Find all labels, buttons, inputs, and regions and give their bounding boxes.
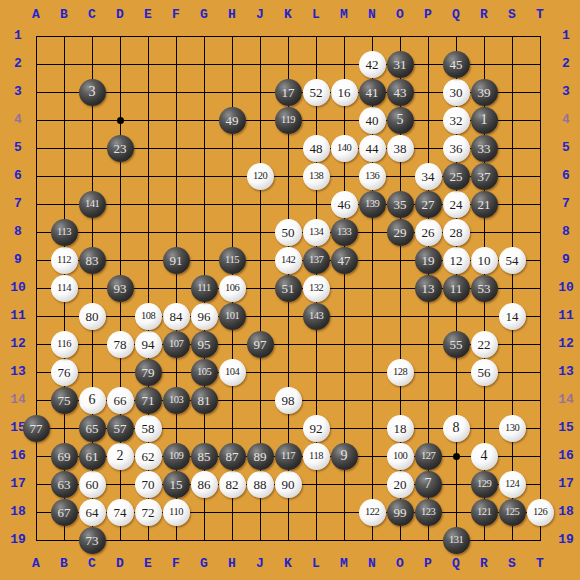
black-stone-C19[interactable]: 73: [79, 527, 106, 554]
move-number: 47: [338, 254, 351, 267]
black-stone-G12[interactable]: 95: [191, 331, 218, 358]
move-number: 83: [86, 254, 99, 267]
move-number: 45: [450, 58, 463, 71]
white-stone-B12[interactable]: 116: [51, 331, 78, 358]
move-number: 139: [365, 199, 379, 210]
white-stone-D16[interactable]: 2: [107, 443, 134, 470]
hoshi-point-Q16: [453, 453, 460, 460]
row-label-11: 11: [552, 302, 580, 330]
black-stone-L11[interactable]: 143: [303, 303, 330, 330]
move-number: 110: [169, 507, 183, 518]
white-stone-S9[interactable]: 54: [499, 247, 526, 274]
white-stone-Q5[interactable]: 36: [443, 135, 470, 162]
white-stone-L15[interactable]: 92: [303, 415, 330, 442]
white-stone-Q9[interactable]: 12: [443, 247, 470, 274]
white-stone-N18[interactable]: 122: [359, 499, 386, 526]
black-stone-G14[interactable]: 81: [191, 387, 218, 414]
move-number: 76: [58, 366, 71, 379]
black-stone-F12[interactable]: 107: [163, 331, 190, 358]
move-number: 10: [478, 254, 491, 267]
row-label-16: 16: [552, 442, 580, 470]
col-label-E: E: [134, 556, 162, 572]
move-number: 22: [478, 338, 491, 351]
move-number: 125: [505, 507, 519, 518]
black-stone-P18[interactable]: 123: [415, 499, 442, 526]
move-number: 46: [338, 198, 351, 211]
black-stone-R3[interactable]: 39: [471, 79, 498, 106]
move-number: 63: [58, 478, 71, 491]
black-stone-A15[interactable]: 77: [23, 415, 50, 442]
black-stone-P7[interactable]: 27: [415, 191, 442, 218]
col-label-N: N: [358, 556, 386, 572]
black-stone-R6[interactable]: 37: [471, 163, 498, 190]
white-stone-P8[interactable]: 26: [415, 219, 442, 246]
white-stone-Q15[interactable]: 8: [443, 415, 470, 442]
black-stone-O7[interactable]: 35: [387, 191, 414, 218]
black-stone-M8[interactable]: 133: [331, 219, 358, 246]
white-stone-L3[interactable]: 52: [303, 79, 330, 106]
move-number: 116: [57, 339, 71, 350]
move-number: 126: [533, 507, 547, 518]
move-number: 77: [30, 422, 43, 435]
move-number: 115: [225, 255, 239, 266]
white-stone-H13[interactable]: 104: [219, 359, 246, 386]
col-label-R: R: [470, 556, 498, 572]
black-stone-F14[interactable]: 103: [163, 387, 190, 414]
move-number: 133: [337, 227, 351, 238]
move-number: 79: [142, 366, 155, 379]
black-stone-N3[interactable]: 41: [359, 79, 386, 106]
move-number: 35: [394, 198, 407, 211]
col-label-B: B: [50, 7, 78, 23]
col-label-N: N: [358, 7, 386, 23]
white-stone-L5[interactable]: 48: [303, 135, 330, 162]
black-stone-R4[interactable]: 1: [471, 107, 498, 134]
row-labels-right: 12345678910111213141516171819: [552, 22, 580, 554]
move-number: 28: [450, 226, 463, 239]
move-number: 26: [422, 226, 435, 239]
white-stone-O5[interactable]: 38: [387, 135, 414, 162]
row-label-5: 5: [552, 134, 580, 162]
black-stone-P16[interactable]: 127: [415, 443, 442, 470]
white-stone-E18[interactable]: 72: [135, 499, 162, 526]
col-label-R: R: [470, 7, 498, 23]
move-number: 3: [89, 85, 96, 99]
black-stone-B18[interactable]: 67: [51, 499, 78, 526]
move-number: 121: [477, 507, 491, 518]
white-stone-D14[interactable]: 66: [107, 387, 134, 414]
move-number: 96: [198, 310, 211, 323]
move-number: 104: [225, 367, 239, 378]
white-stone-D12[interactable]: 78: [107, 331, 134, 358]
move-number: 8: [453, 421, 460, 435]
black-stone-C15[interactable]: 65: [79, 415, 106, 442]
col-label-O: O: [386, 7, 414, 23]
move-number: 112: [57, 255, 71, 266]
move-number: 51: [282, 282, 295, 295]
move-number: 141: [85, 199, 99, 210]
white-stone-E12[interactable]: 94: [135, 331, 162, 358]
black-stone-M16[interactable]: 9: [331, 443, 358, 470]
white-stone-D18[interactable]: 74: [107, 499, 134, 526]
col-label-P: P: [414, 556, 442, 572]
move-number: 142: [281, 255, 295, 266]
col-label-B: B: [50, 556, 78, 572]
col-label-J: J: [246, 7, 274, 23]
row-label-7: 7: [552, 190, 580, 218]
black-stone-F17[interactable]: 15: [163, 471, 190, 498]
white-stone-K17[interactable]: 90: [275, 471, 302, 498]
move-number: 2: [117, 449, 124, 463]
white-stone-J6[interactable]: 120: [247, 163, 274, 190]
white-stone-F18[interactable]: 110: [163, 499, 190, 526]
col-label-T: T: [526, 7, 554, 23]
move-number: 23: [114, 142, 127, 155]
move-number: 44: [366, 142, 379, 155]
white-stone-C18[interactable]: 64: [79, 499, 106, 526]
move-number: 111: [197, 283, 210, 294]
move-number: 93: [114, 282, 127, 295]
black-stone-B16[interactable]: 69: [51, 443, 78, 470]
column-labels-bottom: ABCDEFGHJKLMNOPQRST: [22, 556, 554, 572]
black-stone-Q10[interactable]: 11: [443, 275, 470, 302]
black-stone-P17[interactable]: 7: [415, 471, 442, 498]
black-stone-R18[interactable]: 121: [471, 499, 498, 526]
black-stone-O2[interactable]: 31: [387, 51, 414, 78]
move-number: 34: [422, 170, 435, 183]
col-label-K: K: [274, 7, 302, 23]
move-number: 12: [450, 254, 463, 267]
black-stone-D5[interactable]: 23: [107, 135, 134, 162]
white-stone-K8[interactable]: 50: [275, 219, 302, 246]
black-stone-P9[interactable]: 19: [415, 247, 442, 274]
black-stone-C16[interactable]: 61: [79, 443, 106, 470]
move-number: 40: [366, 114, 379, 127]
move-number: 70: [142, 478, 155, 491]
white-stone-T18[interactable]: 126: [527, 499, 554, 526]
move-number: 72: [142, 506, 155, 519]
move-number: 24: [450, 198, 463, 211]
white-stone-S15[interactable]: 130: [499, 415, 526, 442]
col-label-L: L: [302, 556, 330, 572]
move-number: 64: [86, 506, 99, 519]
move-number: 107: [169, 339, 183, 350]
move-number: 105: [197, 367, 211, 378]
move-number: 88: [254, 478, 267, 491]
row-label-1: 1: [552, 22, 580, 50]
move-number: 21: [478, 198, 491, 211]
move-number: 74: [114, 506, 127, 519]
move-number: 113: [57, 227, 71, 238]
move-number: 120: [253, 171, 267, 182]
move-number: 41: [366, 86, 379, 99]
hoshi-point-D4: [117, 117, 124, 124]
col-label-G: G: [190, 556, 218, 572]
white-stone-N5[interactable]: 44: [359, 135, 386, 162]
move-number: 53: [478, 282, 491, 295]
white-stone-M3[interactable]: 16: [331, 79, 358, 106]
col-label-J: J: [246, 556, 274, 572]
white-stone-L16[interactable]: 118: [303, 443, 330, 470]
black-stone-B14[interactable]: 75: [51, 387, 78, 414]
white-stone-M7[interactable]: 46: [331, 191, 358, 218]
black-stone-C7[interactable]: 141: [79, 191, 106, 218]
col-label-M: M: [330, 7, 358, 23]
black-stone-J12[interactable]: 97: [247, 331, 274, 358]
white-stone-E17[interactable]: 70: [135, 471, 162, 498]
move-number: 27: [422, 198, 435, 211]
white-stone-N2[interactable]: 42: [359, 51, 386, 78]
move-number: 39: [478, 86, 491, 99]
white-stone-Q7[interactable]: 24: [443, 191, 470, 218]
row-label-19: 19: [552, 526, 580, 554]
move-number: 6: [89, 393, 96, 407]
black-stone-L9[interactable]: 137: [303, 247, 330, 274]
move-number: 17: [282, 86, 295, 99]
black-stone-B17[interactable]: 63: [51, 471, 78, 498]
move-number: 31: [394, 58, 407, 71]
move-number: 98: [282, 394, 295, 407]
move-number: 80: [86, 310, 99, 323]
black-stone-K16[interactable]: 117: [275, 443, 302, 470]
white-stone-E16[interactable]: 62: [135, 443, 162, 470]
black-stone-R7[interactable]: 21: [471, 191, 498, 218]
move-number: 128: [393, 367, 407, 378]
black-stone-S18[interactable]: 125: [499, 499, 526, 526]
black-stone-Q19[interactable]: 131: [443, 527, 470, 554]
black-stone-Q6[interactable]: 25: [443, 163, 470, 190]
move-number: 117: [281, 451, 295, 462]
white-stone-H10[interactable]: 106: [219, 275, 246, 302]
white-stone-R13[interactable]: 56: [471, 359, 498, 386]
black-stone-C3[interactable]: 3: [79, 79, 106, 106]
white-stone-M5[interactable]: 140: [331, 135, 358, 162]
move-number: 15: [170, 478, 183, 491]
move-number: 71: [142, 394, 155, 407]
move-number: 14: [506, 310, 519, 323]
move-number: 4: [481, 449, 488, 463]
col-label-C: C: [78, 556, 106, 572]
col-label-O: O: [386, 556, 414, 572]
black-stone-H11[interactable]: 101: [219, 303, 246, 330]
move-number: 5: [397, 113, 404, 127]
black-stone-O4[interactable]: 5: [387, 107, 414, 134]
col-label-G: G: [190, 7, 218, 23]
move-number: 85: [198, 450, 211, 463]
white-stone-P6[interactable]: 34: [415, 163, 442, 190]
black-stone-D15[interactable]: 57: [107, 415, 134, 442]
black-stone-F16[interactable]: 109: [163, 443, 190, 470]
white-stone-Q8[interactable]: 28: [443, 219, 470, 246]
row-label-9: 9: [552, 246, 580, 274]
white-stone-C14[interactable]: 6: [79, 387, 106, 414]
black-stone-E13[interactable]: 79: [135, 359, 162, 386]
col-label-H: H: [218, 556, 246, 572]
move-number: 94: [142, 338, 155, 351]
black-stone-Q12[interactable]: 55: [443, 331, 470, 358]
move-number: 131: [449, 535, 463, 546]
move-number: 91: [170, 254, 183, 267]
black-stone-R10[interactable]: 53: [471, 275, 498, 302]
col-label-P: P: [414, 7, 442, 23]
black-stone-G10[interactable]: 111: [191, 275, 218, 302]
white-stone-E15[interactable]: 58: [135, 415, 162, 442]
white-stone-B13[interactable]: 76: [51, 359, 78, 386]
move-number: 1: [481, 113, 488, 127]
move-number: 55: [450, 338, 463, 351]
row-label-8: 8: [552, 218, 580, 246]
black-stone-M9[interactable]: 47: [331, 247, 358, 274]
column-labels-top: ABCDEFGHJKLMNOPQRST: [22, 7, 554, 23]
black-stone-O3[interactable]: 43: [387, 79, 414, 106]
black-stone-C9[interactable]: 83: [79, 247, 106, 274]
move-number: 143: [309, 311, 323, 322]
black-stone-R5[interactable]: 33: [471, 135, 498, 162]
move-number: 127: [421, 451, 435, 462]
white-stone-G11[interactable]: 96: [191, 303, 218, 330]
move-number: 130: [505, 423, 519, 434]
black-stone-G13[interactable]: 105: [191, 359, 218, 386]
black-stone-F9[interactable]: 91: [163, 247, 190, 274]
black-stone-R17[interactable]: 129: [471, 471, 498, 498]
white-stone-F11[interactable]: 84: [163, 303, 190, 330]
move-number: 48: [310, 142, 323, 155]
black-stone-D10[interactable]: 93: [107, 275, 134, 302]
white-stone-Q3[interactable]: 30: [443, 79, 470, 106]
white-stone-B9[interactable]: 112: [51, 247, 78, 274]
white-stone-B10[interactable]: 114: [51, 275, 78, 302]
col-label-A: A: [22, 556, 50, 572]
black-stone-N7[interactable]: 139: [359, 191, 386, 218]
move-number: 137: [309, 255, 323, 266]
move-number: 136: [365, 171, 379, 182]
move-number: 134: [309, 227, 323, 238]
move-number: 9: [341, 449, 348, 463]
col-label-T: T: [526, 556, 554, 572]
move-number: 86: [198, 478, 211, 491]
white-stone-O13[interactable]: 128: [387, 359, 414, 386]
white-stone-O15[interactable]: 18: [387, 415, 414, 442]
white-stone-N6[interactable]: 136: [359, 163, 386, 190]
black-stone-K10[interactable]: 51: [275, 275, 302, 302]
white-stone-L8[interactable]: 134: [303, 219, 330, 246]
move-number: 122: [365, 507, 379, 518]
black-stone-H9[interactable]: 115: [219, 247, 246, 274]
move-number: 114: [57, 283, 71, 294]
move-number: 124: [505, 479, 519, 490]
move-number: 89: [254, 450, 267, 463]
move-number: 37: [478, 170, 491, 183]
col-label-F: F: [162, 7, 190, 23]
move-number: 108: [141, 311, 155, 322]
move-number: 90: [282, 478, 295, 491]
move-number: 52: [310, 86, 323, 99]
move-number: 11: [450, 282, 463, 295]
black-stone-Q2[interactable]: 45: [443, 51, 470, 78]
row-label-4: 4: [552, 106, 580, 134]
white-stone-G17[interactable]: 86: [191, 471, 218, 498]
move-number: 97: [254, 338, 267, 351]
move-number: 92: [310, 422, 323, 435]
move-number: 36: [450, 142, 463, 155]
go-board[interactable]: 1234567891011121314151617181920212223242…: [22, 22, 554, 554]
white-stone-S17[interactable]: 124: [499, 471, 526, 498]
white-stone-C11[interactable]: 80: [79, 303, 106, 330]
move-number: 62: [142, 450, 155, 463]
white-stone-R12[interactable]: 22: [471, 331, 498, 358]
move-number: 50: [282, 226, 295, 239]
move-number: 54: [506, 254, 519, 267]
white-stone-J17[interactable]: 88: [247, 471, 274, 498]
move-number: 65: [86, 422, 99, 435]
black-stone-O8[interactable]: 29: [387, 219, 414, 246]
black-stone-J16[interactable]: 89: [247, 443, 274, 470]
col-label-Q: Q: [442, 7, 470, 23]
black-stone-G16[interactable]: 85: [191, 443, 218, 470]
row-label-10: 10: [552, 274, 580, 302]
white-stone-O16[interactable]: 100: [387, 443, 414, 470]
black-stone-O18[interactable]: 99: [387, 499, 414, 526]
white-stone-L10[interactable]: 132: [303, 275, 330, 302]
white-stone-N4[interactable]: 40: [359, 107, 386, 134]
white-stone-E11[interactable]: 108: [135, 303, 162, 330]
white-stone-R9[interactable]: 10: [471, 247, 498, 274]
row-label-3: 3: [552, 78, 580, 106]
black-stone-E14[interactable]: 71: [135, 387, 162, 414]
black-stone-H4[interactable]: 49: [219, 107, 246, 134]
white-stone-K14[interactable]: 98: [275, 387, 302, 414]
col-label-S: S: [498, 7, 526, 23]
move-number: 43: [394, 86, 407, 99]
white-stone-L6[interactable]: 138: [303, 163, 330, 190]
white-stone-K9[interactable]: 142: [275, 247, 302, 274]
move-number: 42: [366, 58, 379, 71]
white-stone-S11[interactable]: 14: [499, 303, 526, 330]
black-stone-P10[interactable]: 13: [415, 275, 442, 302]
move-number: 73: [86, 534, 99, 547]
move-number: 87: [226, 450, 239, 463]
white-stone-C17[interactable]: 60: [79, 471, 106, 498]
move-number: 109: [169, 451, 183, 462]
col-label-D: D: [106, 556, 134, 572]
col-label-E: E: [134, 7, 162, 23]
black-stone-H16[interactable]: 87: [219, 443, 246, 470]
black-stone-K4[interactable]: 119: [275, 107, 302, 134]
white-stone-H17[interactable]: 82: [219, 471, 246, 498]
move-number: 140: [337, 143, 351, 154]
move-number: 78: [114, 338, 127, 351]
move-number: 75: [58, 394, 71, 407]
white-stone-O17[interactable]: 20: [387, 471, 414, 498]
col-label-S: S: [498, 556, 526, 572]
row-label-6: 6: [552, 162, 580, 190]
col-label-C: C: [78, 7, 106, 23]
move-number: 18: [394, 422, 407, 435]
move-number: 81: [198, 394, 211, 407]
white-stone-Q4[interactable]: 32: [443, 107, 470, 134]
black-stone-B8[interactable]: 113: [51, 219, 78, 246]
move-number: 138: [309, 171, 323, 182]
move-number: 100: [393, 451, 407, 462]
white-stone-R16[interactable]: 4: [471, 443, 498, 470]
row-label-15: 15: [552, 414, 580, 442]
col-label-M: M: [330, 556, 358, 572]
row-label-13: 13: [552, 358, 580, 386]
col-label-D: D: [106, 7, 134, 23]
move-number: 30: [450, 86, 463, 99]
black-stone-K3[interactable]: 17: [275, 79, 302, 106]
move-number: 82: [226, 478, 239, 491]
